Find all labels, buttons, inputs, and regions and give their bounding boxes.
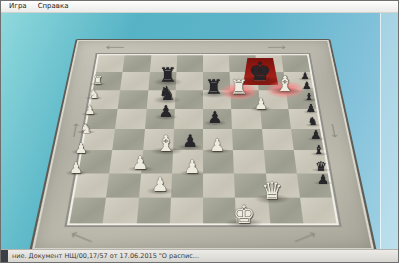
piece-g6-white-pawn[interactable]: ♟ xyxy=(254,97,267,112)
piece-c5-white-bishop[interactable]: ♝ xyxy=(156,133,176,155)
square-b6[interactable] xyxy=(118,90,148,109)
captured-piece-white-pawn: ♟ xyxy=(75,141,88,155)
piece-g3-white-queen[interactable]: ♛ xyxy=(261,179,283,203)
piece-e6-black-pawn[interactable]: ♟ xyxy=(208,110,222,126)
frame-arrow-icon: ⟶ xyxy=(267,43,287,51)
square-g4[interactable] xyxy=(262,129,294,150)
board-squares[interactable] xyxy=(70,55,337,223)
captured-piece-black-pawn: ♟ xyxy=(317,173,329,186)
square-e2[interactable] xyxy=(203,173,235,197)
piece-f7-white-rook[interactable]: ♜ xyxy=(230,77,248,97)
taskbar-fragment xyxy=(1,250,8,262)
captured-piece-black-knight: ♞ xyxy=(308,116,318,127)
piece-e5-white-pawn[interactable]: ♟ xyxy=(209,137,224,154)
frame-arrow-icon: ⟶ xyxy=(290,227,321,249)
square-d8[interactable] xyxy=(176,55,203,72)
square-b8[interactable] xyxy=(123,55,151,72)
piece-b4-white-pawn[interactable]: ♟ xyxy=(132,154,148,172)
menu-item-game[interactable]: Игра xyxy=(4,2,32,11)
frame-arrow-icon: ⟵ xyxy=(105,43,125,51)
captured-piece-white-pawn: ♟ xyxy=(85,104,96,116)
square-d5[interactable] xyxy=(174,109,203,129)
piece-c6-black-pawn[interactable]: ♟ xyxy=(159,104,173,120)
square-b4[interactable] xyxy=(112,129,144,150)
piece-h7-white-bishop[interactable]: ♝ xyxy=(276,74,295,95)
square-b5[interactable] xyxy=(115,109,146,129)
square-a8[interactable] xyxy=(96,55,125,72)
square-c1[interactable] xyxy=(136,197,171,223)
captured-piece-black-bishop: ♝ xyxy=(314,144,325,156)
backdrop-right-panel xyxy=(381,12,398,250)
chess-titans-window: ИграСправка ⟵⟶⟵⟶⟶⟵ ♜♚♞♜♜♝♟♟♟♟♝♟♟♟♟♛♚♜♞♟♞… xyxy=(0,0,399,263)
square-g3[interactable] xyxy=(263,150,296,173)
piece-d4-white-pawn[interactable]: ♟ xyxy=(184,158,200,176)
piece-c3-white-pawn[interactable]: ♟ xyxy=(151,175,168,194)
frame-arrow-icon: ⟶ xyxy=(326,123,343,137)
square-h8[interactable] xyxy=(281,55,310,72)
square-f3[interactable] xyxy=(233,150,265,173)
square-a1[interactable] xyxy=(70,197,107,223)
captured-piece-black-pawn: ♟ xyxy=(311,129,322,141)
piece-g8-black-king[interactable]: ♚ xyxy=(249,59,271,84)
piece-d5-black-pawn[interactable]: ♟ xyxy=(182,133,197,150)
captured-piece-black-pawn: ♟ xyxy=(306,103,316,114)
captured-piece-white-knight: ♞ xyxy=(89,88,100,100)
square-b2[interactable] xyxy=(106,173,140,197)
status-text: ние. Документ НЩ/00,17/57 от 17.06.2015 … xyxy=(12,252,199,260)
captured-piece-white-pawn: ♟ xyxy=(69,161,82,176)
square-b7[interactable] xyxy=(120,72,149,90)
captured-piece-black-bishop: ♝ xyxy=(305,92,314,102)
square-h1[interactable] xyxy=(300,197,337,223)
captured-piece-black-pawn: ♟ xyxy=(303,81,312,91)
square-d1[interactable] xyxy=(170,197,203,223)
captured-piece-white-rook: ♜ xyxy=(93,75,103,86)
captured-piece-white-knight: ♞ xyxy=(80,122,92,135)
square-b1[interactable] xyxy=(103,197,139,223)
frame-arrow-icon: ⟵ xyxy=(66,227,97,249)
piece-f2-white-king[interactable]: ♚ xyxy=(233,202,255,227)
piece-e7-black-rook[interactable]: ♜ xyxy=(205,77,223,97)
square-e8[interactable] xyxy=(203,55,230,72)
status-bar: ние. Документ НЩ/00,17/57 от 17.06.2015 … xyxy=(1,249,398,262)
square-f4[interactable] xyxy=(232,129,263,150)
piece-c7-black-knight[interactable]: ♞ xyxy=(158,84,175,103)
menu-bar: ИграСправка xyxy=(1,1,398,13)
menu-item-help[interactable]: Справка xyxy=(33,2,74,11)
